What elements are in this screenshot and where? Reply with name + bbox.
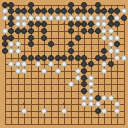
- black-stone[interactable]: [41, 55, 47, 61]
- grid-line: [124, 5, 125, 126]
- white-stone[interactable]: [21, 15, 27, 21]
- white-stone[interactable]: [21, 68, 27, 74]
- black-stone[interactable]: [68, 28, 74, 34]
- white-stone[interactable]: [81, 15, 87, 21]
- white-stone[interactable]: [95, 21, 101, 27]
- white-stone[interactable]: [101, 21, 107, 27]
- grid-line: [5, 84, 126, 85]
- star-point: [63, 103, 65, 105]
- black-stone[interactable]: [8, 28, 14, 34]
- star-point: [103, 103, 105, 105]
- white-stone[interactable]: [15, 21, 21, 27]
- white-stone[interactable]: [108, 28, 114, 34]
- white-stone[interactable]: [61, 61, 67, 67]
- black-stone[interactable]: [61, 8, 67, 14]
- white-stone[interactable]: [35, 61, 41, 67]
- white-stone[interactable]: [15, 48, 21, 54]
- black-stone[interactable]: [28, 35, 34, 41]
- white-stone[interactable]: [95, 15, 101, 21]
- white-stone[interactable]: [28, 15, 34, 21]
- black-stone[interactable]: [28, 41, 34, 47]
- black-stone[interactable]: [41, 21, 47, 27]
- black-stone[interactable]: [88, 28, 94, 34]
- white-stone[interactable]: [114, 108, 120, 114]
- black-stone[interactable]: [55, 55, 61, 61]
- black-stone[interactable]: [68, 41, 74, 47]
- white-stone[interactable]: [68, 15, 74, 21]
- white-stone[interactable]: [8, 48, 14, 54]
- white-stone[interactable]: [41, 68, 47, 74]
- black-stone[interactable]: [28, 8, 34, 14]
- black-stone[interactable]: [81, 21, 87, 27]
- white-stone[interactable]: [61, 108, 67, 114]
- white-stone[interactable]: [2, 8, 8, 14]
- white-stone[interactable]: [41, 15, 47, 21]
- black-stone[interactable]: [95, 8, 101, 14]
- star-point: [23, 103, 25, 105]
- black-stone[interactable]: [21, 55, 27, 61]
- white-stone[interactable]: [101, 61, 107, 67]
- white-stone[interactable]: [101, 15, 107, 21]
- go-board[interactable]: [0, 0, 128, 128]
- white-stone[interactable]: [88, 15, 94, 21]
- grid-line: [5, 78, 126, 79]
- white-stone[interactable]: [114, 55, 120, 61]
- white-stone[interactable]: [114, 48, 120, 54]
- white-stone[interactable]: [101, 68, 107, 74]
- black-stone[interactable]: [8, 8, 14, 14]
- white-stone[interactable]: [75, 15, 81, 21]
- white-stone[interactable]: [75, 68, 81, 74]
- white-stone[interactable]: [101, 28, 107, 34]
- white-stone[interactable]: [15, 41, 21, 47]
- black-stone[interactable]: [2, 48, 8, 54]
- black-stone[interactable]: [81, 8, 87, 14]
- black-stone[interactable]: [41, 8, 47, 14]
- white-stone[interactable]: [15, 61, 21, 67]
- black-stone[interactable]: [8, 2, 14, 8]
- black-stone[interactable]: [48, 55, 54, 61]
- black-stone[interactable]: [88, 21, 94, 27]
- black-stone[interactable]: [108, 8, 114, 14]
- black-stone[interactable]: [21, 8, 27, 14]
- black-stone[interactable]: [108, 61, 114, 67]
- black-stone[interactable]: [15, 28, 21, 34]
- white-stone[interactable]: [114, 35, 120, 41]
- white-stone[interactable]: [121, 55, 127, 61]
- white-stone[interactable]: [48, 15, 54, 21]
- black-stone[interactable]: [95, 2, 101, 8]
- white-stone[interactable]: [114, 101, 120, 107]
- black-stone[interactable]: [28, 55, 34, 61]
- black-stone[interactable]: [2, 41, 8, 47]
- white-stone[interactable]: [21, 21, 27, 27]
- black-stone[interactable]: [81, 2, 87, 8]
- black-stone[interactable]: [114, 41, 120, 47]
- black-stone[interactable]: [75, 8, 81, 14]
- black-stone[interactable]: [95, 28, 101, 34]
- black-stone[interactable]: [28, 21, 34, 27]
- black-stone[interactable]: [81, 81, 87, 87]
- black-stone[interactable]: [41, 28, 47, 34]
- black-stone[interactable]: [101, 8, 107, 14]
- star-point: [63, 23, 65, 25]
- black-stone[interactable]: [28, 28, 34, 34]
- white-stone[interactable]: [88, 101, 94, 107]
- white-stone[interactable]: [15, 68, 21, 74]
- black-stone[interactable]: [81, 55, 87, 61]
- black-stone[interactable]: [95, 108, 101, 114]
- black-stone[interactable]: [68, 21, 74, 27]
- white-stone[interactable]: [81, 95, 87, 101]
- black-stone[interactable]: [114, 8, 120, 14]
- black-stone[interactable]: [8, 21, 14, 27]
- black-stone[interactable]: [95, 95, 101, 101]
- grid-line: [5, 117, 126, 118]
- black-stone[interactable]: [35, 8, 41, 14]
- black-stone[interactable]: [121, 15, 127, 21]
- black-stone[interactable]: [41, 35, 47, 41]
- black-stone[interactable]: [15, 8, 21, 14]
- white-stone[interactable]: [48, 61, 54, 67]
- white-stone[interactable]: [101, 108, 107, 114]
- grid-line: [5, 91, 126, 92]
- white-stone[interactable]: [108, 41, 114, 47]
- black-stone[interactable]: [108, 21, 114, 27]
- black-stone[interactable]: [2, 35, 8, 41]
- white-stone[interactable]: [88, 95, 94, 101]
- black-stone[interactable]: [108, 15, 114, 21]
- white-stone[interactable]: [8, 41, 14, 47]
- white-stone[interactable]: [21, 61, 27, 67]
- white-stone[interactable]: [21, 108, 27, 114]
- black-stone[interactable]: [75, 21, 81, 27]
- black-stone[interactable]: [8, 15, 14, 21]
- black-stone[interactable]: [28, 2, 34, 8]
- white-stone[interactable]: [121, 8, 127, 14]
- white-stone[interactable]: [88, 81, 94, 87]
- white-stone[interactable]: [101, 35, 107, 41]
- black-stone[interactable]: [68, 55, 74, 61]
- white-stone[interactable]: [35, 15, 41, 21]
- black-stone[interactable]: [68, 8, 74, 14]
- black-stone[interactable]: [75, 35, 81, 41]
- black-stone[interactable]: [81, 88, 87, 94]
- white-stone[interactable]: [108, 35, 114, 41]
- white-stone[interactable]: [2, 15, 8, 21]
- black-stone[interactable]: [61, 55, 67, 61]
- black-stone[interactable]: [35, 55, 41, 61]
- white-stone[interactable]: [55, 68, 61, 74]
- white-stone[interactable]: [68, 81, 74, 87]
- grid-line: [5, 124, 126, 125]
- black-stone[interactable]: [8, 35, 14, 41]
- white-stone[interactable]: [55, 15, 61, 21]
- black-stone[interactable]: [81, 75, 87, 81]
- white-stone[interactable]: [88, 75, 94, 81]
- black-stone[interactable]: [81, 61, 87, 67]
- black-stone[interactable]: [114, 21, 120, 27]
- white-stone[interactable]: [108, 48, 114, 54]
- black-stone[interactable]: [101, 48, 107, 54]
- white-stone[interactable]: [2, 28, 8, 34]
- black-stone[interactable]: [75, 55, 81, 61]
- black-stone[interactable]: [48, 41, 54, 47]
- white-stone[interactable]: [81, 101, 87, 107]
- black-stone[interactable]: [81, 68, 87, 74]
- white-stone[interactable]: [75, 75, 81, 81]
- black-stone[interactable]: [81, 28, 87, 34]
- black-stone[interactable]: [48, 8, 54, 14]
- white-stone[interactable]: [41, 108, 47, 114]
- black-stone[interactable]: [2, 2, 8, 8]
- white-stone[interactable]: [95, 101, 101, 107]
- black-stone[interactable]: [68, 48, 74, 54]
- white-stone[interactable]: [88, 88, 94, 94]
- white-stone[interactable]: [8, 61, 14, 67]
- white-stone[interactable]: [15, 15, 21, 21]
- go-app-window: [0, 0, 128, 128]
- black-stone[interactable]: [88, 61, 94, 67]
- black-stone[interactable]: [35, 21, 41, 27]
- black-stone[interactable]: [55, 8, 61, 14]
- black-stone[interactable]: [101, 55, 107, 61]
- white-stone[interactable]: [108, 95, 114, 101]
- white-stone[interactable]: [61, 15, 67, 21]
- black-stone[interactable]: [95, 55, 101, 61]
- black-stone[interactable]: [21, 28, 27, 34]
- white-stone[interactable]: [114, 15, 120, 21]
- black-stone[interactable]: [68, 2, 74, 8]
- black-stone[interactable]: [88, 8, 94, 14]
- white-stone[interactable]: [101, 95, 107, 101]
